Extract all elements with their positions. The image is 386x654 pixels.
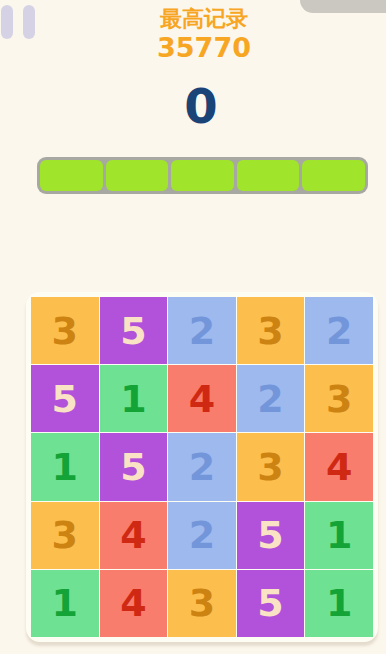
cell-r5c1[interactable]: 1 [31, 570, 99, 637]
cell-r4c3[interactable]: 2 [168, 502, 236, 569]
cell-r2c5[interactable]: 3 [305, 365, 373, 432]
game-board: 3523251423152343425114351 [26, 292, 378, 642]
cell-r1c1[interactable]: 3 [31, 297, 99, 364]
cell-r5c4[interactable]: 5 [237, 570, 305, 637]
cell-r2c1[interactable]: 5 [31, 365, 99, 432]
board-grid: 3523251423152343425114351 [31, 297, 373, 637]
cell-r3c3[interactable]: 2 [168, 433, 236, 500]
cell-r3c1[interactable]: 1 [31, 433, 99, 500]
cell-r5c3[interactable]: 3 [168, 570, 236, 637]
cell-r1c4[interactable]: 3 [237, 297, 305, 364]
cell-r1c2[interactable]: 5 [100, 297, 168, 364]
cell-r5c5[interactable]: 1 [305, 570, 373, 637]
progress-segment [40, 160, 103, 191]
cell-r3c2[interactable]: 5 [100, 433, 168, 500]
high-score-block: 最高记录 35770 [22, 6, 386, 63]
cell-r2c3[interactable]: 4 [168, 365, 236, 432]
cell-r1c5[interactable]: 2 [305, 297, 373, 364]
cell-r5c2[interactable]: 4 [100, 570, 168, 637]
progress-segment [237, 160, 300, 191]
game-screen: 最高记录 35770 0 3523251423152343425114351 [0, 0, 386, 654]
cell-r4c1[interactable]: 3 [31, 502, 99, 569]
cell-r3c5[interactable]: 4 [305, 433, 373, 500]
pause-icon [1, 5, 13, 39]
progress-segment [302, 160, 365, 191]
cell-r2c2[interactable]: 1 [100, 365, 168, 432]
high-score-label: 最高记录 [22, 6, 386, 31]
current-score: 0 [16, 82, 386, 130]
progress-segment [106, 160, 169, 191]
cell-r4c5[interactable]: 1 [305, 502, 373, 569]
high-score-value: 35770 [22, 32, 386, 63]
cell-r3c4[interactable]: 3 [237, 433, 305, 500]
cell-r4c4[interactable]: 5 [237, 502, 305, 569]
cell-r2c4[interactable]: 2 [237, 365, 305, 432]
progress-segment [171, 160, 234, 191]
cell-r4c2[interactable]: 4 [100, 502, 168, 569]
progress-bar [37, 157, 368, 194]
cell-r1c3[interactable]: 2 [168, 297, 236, 364]
